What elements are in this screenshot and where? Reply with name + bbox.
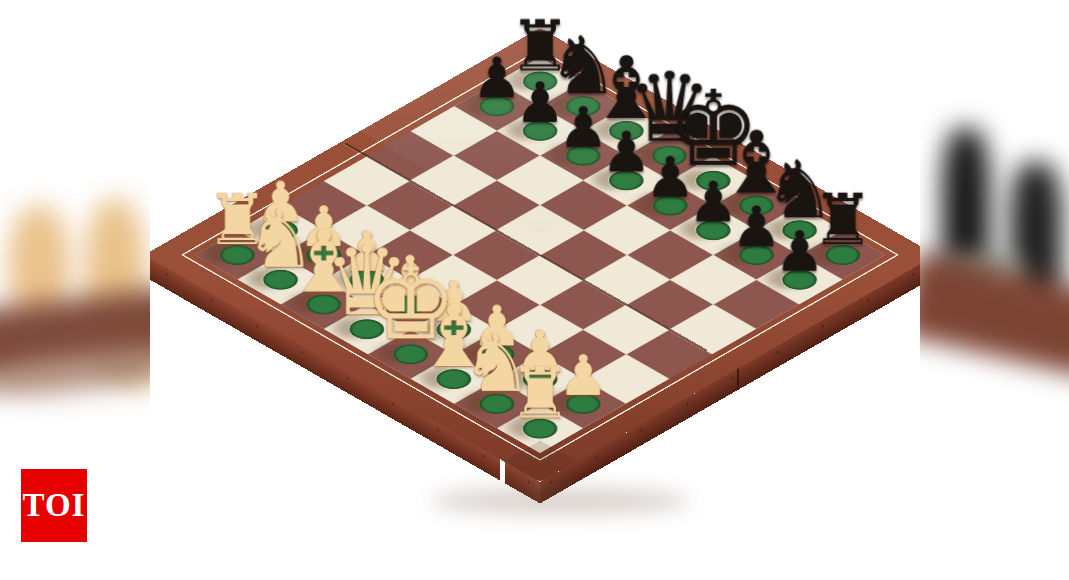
piece-felt-base <box>731 240 782 269</box>
piece-felt-base <box>644 141 695 170</box>
chess-board: ♜♞♝♛♚♝♞♜♟♟♟♟♟♟♟♟♟♟♟♟♟♟♟♟♜♞♝♛♚♝♞♜ <box>144 28 936 482</box>
piece-felt-base <box>471 389 522 418</box>
chess-set-photo: ♜♞♝♛♚♝♞♜♟♟♟♟♟♟♟♟♟♟♟♟♟♟♟♟♜♞♝♛♚♝♞♜ TOI <box>0 0 1069 580</box>
toi-logo: TOI <box>21 469 87 542</box>
piece-felt-base <box>428 315 479 344</box>
piece-felt-base <box>385 290 436 319</box>
toi-logo-text: TOI <box>23 487 86 524</box>
black-knight: ♞ <box>709 150 889 230</box>
piece-felt-base <box>471 340 522 369</box>
piece-felt-base <box>428 364 479 393</box>
piece-felt-base <box>255 265 306 294</box>
piece-felt-base <box>471 92 522 121</box>
piece-felt-base <box>687 216 738 245</box>
piece-felt-base <box>817 240 868 269</box>
piece-felt-base <box>298 240 349 269</box>
square-g8: ♞ <box>757 206 842 255</box>
board-edge-fold-seam <box>737 368 738 390</box>
piece-felt-base <box>644 191 695 220</box>
board-surface: ♜♞♝♛♚♝♞♜♟♟♟♟♟♟♟♟♟♟♟♟♟♟♟♟♜♞♝♛♚♝♞♜ <box>144 28 936 482</box>
piece-felt-base <box>298 290 349 319</box>
piece-felt-base <box>342 265 393 294</box>
piece-felt-base <box>558 92 609 121</box>
piece-felt-base <box>515 67 566 96</box>
blurred-right-edge <box>920 0 1069 580</box>
piece-felt-base <box>212 240 263 269</box>
piece-felt-base <box>687 166 738 195</box>
piece-felt-base <box>774 265 825 294</box>
piece-felt-base <box>515 414 566 443</box>
piece-felt-base <box>774 216 825 245</box>
piece-felt-base <box>515 364 566 393</box>
piece-felt-base <box>385 340 436 369</box>
piece-felt-base <box>601 166 652 195</box>
piece-felt-base <box>731 191 782 220</box>
piece-felt-base <box>342 315 393 344</box>
piece-felt-base <box>558 141 609 170</box>
piece-felt-base <box>601 116 652 145</box>
piece-felt-base <box>515 116 566 145</box>
piece-felt-base <box>255 216 306 245</box>
board-ground-shadow <box>430 488 690 514</box>
piece-felt-base <box>558 389 609 418</box>
